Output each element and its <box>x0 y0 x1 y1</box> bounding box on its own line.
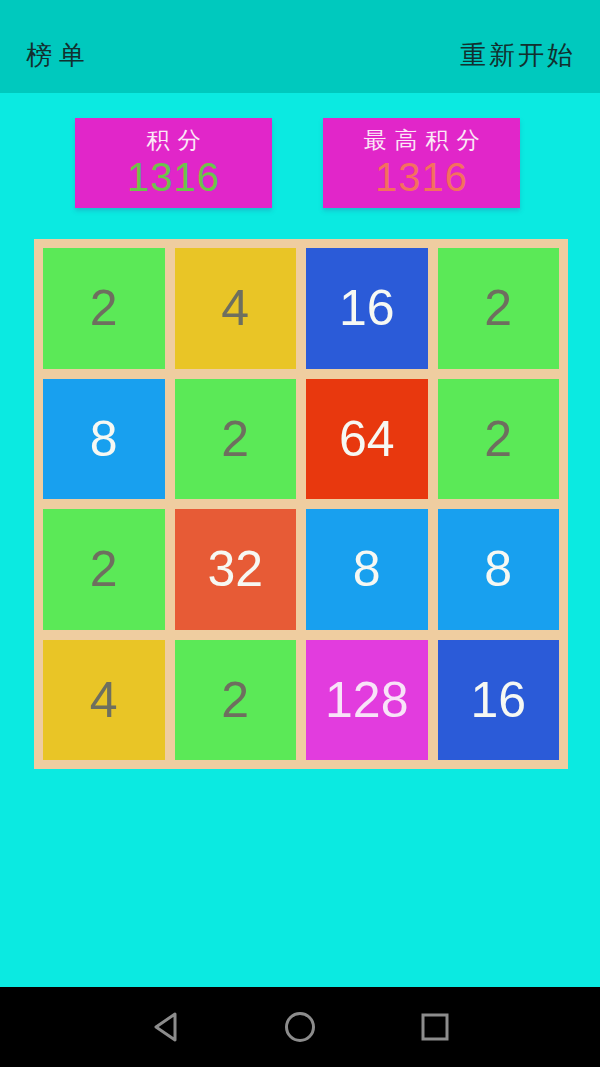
tile-4: 4 <box>175 248 297 369</box>
tile-2: 2 <box>43 509 165 630</box>
back-icon[interactable] <box>149 1011 181 1043</box>
android-nav-bar <box>0 987 600 1067</box>
action-bar: 榜单 重新开始 <box>0 0 600 93</box>
leaderboard-button[interactable]: 榜单 <box>26 38 92 73</box>
tile-8: 8 <box>438 509 560 630</box>
tile-32: 32 <box>175 509 297 630</box>
score-value: 1316 <box>127 155 220 199</box>
tile-2: 2 <box>438 248 560 369</box>
tile-16: 16 <box>438 640 560 761</box>
tile-4: 4 <box>43 640 165 761</box>
score-panel: 积分 1316 <box>75 118 272 208</box>
tile-128: 128 <box>306 640 428 761</box>
tile-2: 2 <box>438 379 560 500</box>
best-score-label: 最高积分 <box>356 127 488 155</box>
best-score-value: 1316 <box>375 155 468 199</box>
tile-16: 16 <box>306 248 428 369</box>
score-label: 积分 <box>139 127 209 155</box>
tile-2: 2 <box>175 640 297 761</box>
restart-button[interactable]: 重新开始 <box>460 38 576 73</box>
recents-icon[interactable] <box>419 1011 451 1043</box>
tile-2: 2 <box>43 248 165 369</box>
tile-8: 8 <box>43 379 165 500</box>
tile-2: 2 <box>175 379 297 500</box>
tile-8: 8 <box>306 509 428 630</box>
home-icon[interactable] <box>284 1011 316 1043</box>
tile-64: 64 <box>306 379 428 500</box>
board[interactable]: 2416282642232884212816 <box>34 239 568 769</box>
best-score-panel: 最高积分 1316 <box>323 118 520 208</box>
